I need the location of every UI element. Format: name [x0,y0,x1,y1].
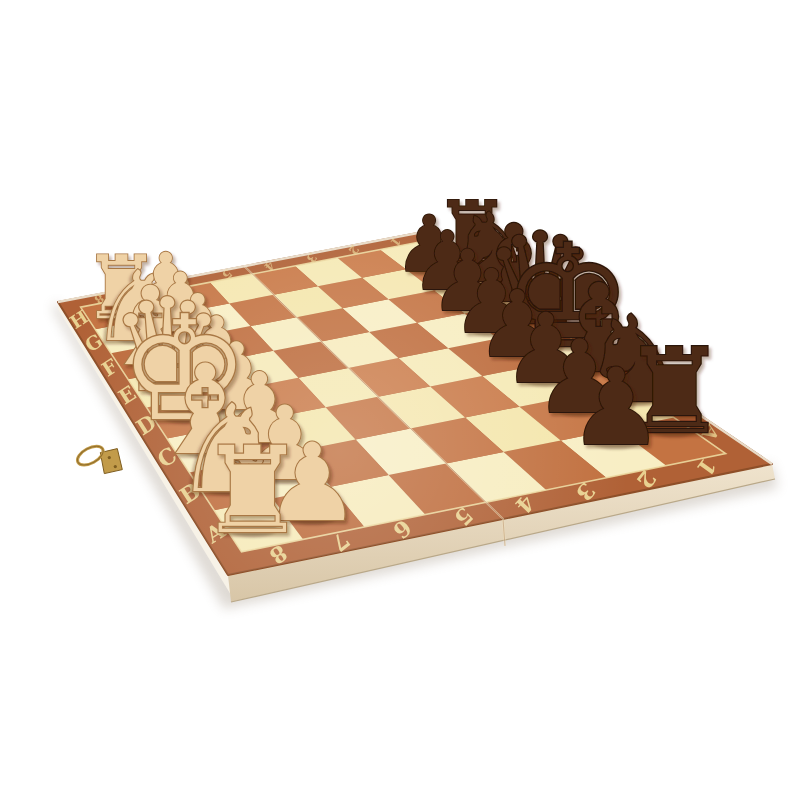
clasp-screw [114,465,117,468]
product-photo: AABBCCDDEEFFGGHH1122334455667788♜♟♞♟♝♟♟♜… [0,0,800,800]
piece-dark-pawn-a2: ♟ [568,345,663,469]
brass-clasp [74,442,122,473]
clasp-screw [108,456,111,459]
piece-light-rook-a8: ♜ [199,421,306,560]
chess-board-photo: AABBCCDDEEFFGGHH1122334455667788♜♟♞♟♝♟♟♜… [0,0,800,800]
